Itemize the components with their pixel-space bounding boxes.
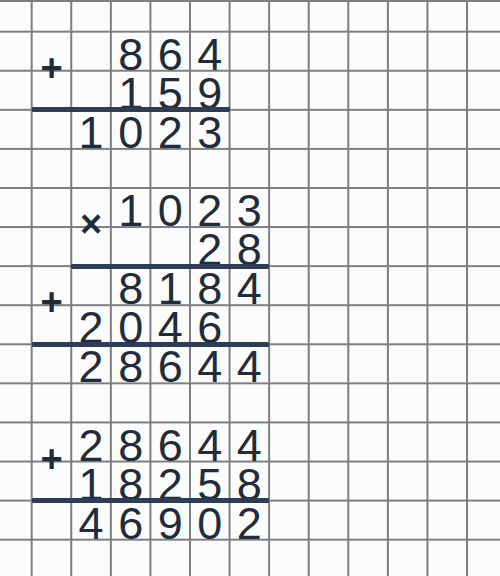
digit-cell: 6 [190,305,230,344]
digit-cell: 4 [150,305,190,344]
paper-top-edge-line [0,0,500,2]
digit-cell: 6 [150,423,190,462]
digit-cell: 1 [71,110,111,149]
digit-cell: 4 [230,344,270,383]
squared-paper-grid: 8641591023102328818420462864428644182584… [0,0,500,576]
sum-rule-line [32,498,269,503]
digit-cell: 4 [190,32,230,71]
digit-cell: 2 [190,227,230,266]
digit-cell: 8 [230,227,270,266]
digit-cell: 2 [71,344,111,383]
digit-cell: 3 [190,110,230,149]
digit-cell: 2 [150,110,190,149]
digit-cell: 4 [190,423,230,462]
digit-cell: 8 [111,462,151,501]
plus-operator: + [32,440,72,478]
sum-rule-line [71,264,269,269]
digit-cell: 0 [150,188,190,227]
digit-cell: 2 [230,501,270,540]
digit-cell: 0 [111,110,151,149]
digit-cell: 6 [150,32,190,71]
digit-cell: 3 [230,188,270,227]
times-operator: × [71,205,111,243]
digit-cell: 4 [230,266,270,305]
digit-cell: 2 [71,423,111,462]
digit-cell: 4 [230,423,270,462]
digit-cell: 1 [111,188,151,227]
digit-cell: 2 [150,462,190,501]
digit-cell: 5 [190,462,230,501]
digit-cell: 9 [150,501,190,540]
digit-cell: 8 [111,266,151,305]
digit-cell: 8 [111,344,151,383]
plus-operator: + [32,49,72,87]
digit-cell: 4 [190,344,230,383]
digit-cell: 2 [71,305,111,344]
digit-cell: 8 [190,266,230,305]
sum-rule-line [32,342,269,347]
digit-cell: 1 [150,266,190,305]
digit-cell: 6 [111,501,151,540]
plus-operator: + [32,283,72,321]
digit-cell: 8 [111,32,151,71]
digit-cell: 5 [150,71,190,110]
digit-cell: 0 [111,305,151,344]
sum-rule-line [32,107,230,112]
digit-cell: 9 [190,71,230,110]
digit-cell: 2 [190,188,230,227]
digit-cell: 8 [230,462,270,501]
digit-cell: 1 [111,71,151,110]
digit-cell: 8 [111,423,151,462]
digit-cell: 0 [190,501,230,540]
digit-cell: 4 [71,501,111,540]
digit-cell: 1 [71,462,111,501]
digit-cell: 6 [150,344,190,383]
